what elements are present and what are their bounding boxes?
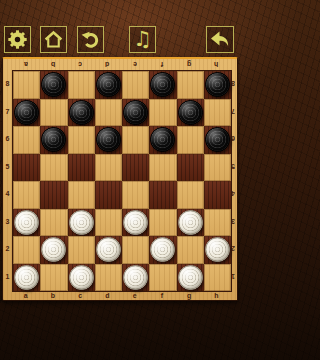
square-d8[interactable] xyxy=(95,71,122,99)
sound-button[interactable]: ♫ xyxy=(129,26,156,53)
restart-icon xyxy=(80,29,101,50)
black-piece[interactable] xyxy=(205,127,230,152)
square-d3[interactable] xyxy=(95,209,122,237)
square-f8[interactable] xyxy=(149,71,176,99)
square-f5[interactable] xyxy=(149,154,176,182)
coordinate-label: 7 xyxy=(3,98,12,126)
square-b7[interactable] xyxy=(40,99,67,127)
square-g5[interactable] xyxy=(177,154,204,182)
square-c3[interactable] xyxy=(68,209,95,237)
square-g8[interactable] xyxy=(177,71,204,99)
coordinate-label: 5 xyxy=(3,153,12,181)
app: { "game": "checkers", "variant_board": "… xyxy=(0,0,240,360)
square-b8[interactable] xyxy=(40,71,67,99)
coordinate-label: 3 xyxy=(3,208,12,236)
square-h2[interactable] xyxy=(204,236,231,264)
square-h8[interactable] xyxy=(204,71,231,99)
square-c6[interactable] xyxy=(68,126,95,154)
file-labels-top: abcdefgh xyxy=(12,59,230,70)
coordinate-label: g xyxy=(176,59,203,70)
square-d7[interactable] xyxy=(95,99,122,127)
square-e2[interactable] xyxy=(122,236,149,264)
square-d1[interactable] xyxy=(95,264,122,292)
white-piece[interactable] xyxy=(41,237,66,262)
undo-button[interactable] xyxy=(206,26,234,53)
square-e1[interactable] xyxy=(122,264,149,292)
white-piece[interactable] xyxy=(14,265,39,290)
square-b1[interactable] xyxy=(40,264,67,292)
square-g2[interactable] xyxy=(177,236,204,264)
coordinate-label: h xyxy=(203,59,230,70)
square-b2[interactable] xyxy=(40,236,67,264)
coordinate-label: a xyxy=(12,59,39,70)
square-c8[interactable] xyxy=(68,71,95,99)
music-note-icon: ♫ xyxy=(133,29,152,50)
black-piece[interactable] xyxy=(69,100,94,125)
rank-labels-left: 87654321 xyxy=(3,70,12,290)
black-piece[interactable] xyxy=(150,127,175,152)
square-e5[interactable] xyxy=(122,154,149,182)
white-piece[interactable] xyxy=(178,210,203,235)
white-piece[interactable] xyxy=(96,237,121,262)
square-a5[interactable] xyxy=(13,154,40,182)
square-h1[interactable] xyxy=(204,264,231,292)
settings-button[interactable] xyxy=(4,26,31,53)
black-piece[interactable] xyxy=(205,72,230,97)
coordinate-label: d xyxy=(94,59,121,70)
square-g4[interactable] xyxy=(177,181,204,209)
coordinate-label: 4 xyxy=(3,180,12,208)
square-f2[interactable] xyxy=(149,236,176,264)
white-piece[interactable] xyxy=(69,210,94,235)
square-e6[interactable] xyxy=(122,126,149,154)
white-piece[interactable] xyxy=(150,237,175,262)
undo-arrow-icon xyxy=(208,28,232,52)
black-piece[interactable] xyxy=(96,72,121,97)
coordinate-label: f xyxy=(148,59,175,70)
square-h7[interactable] xyxy=(204,99,231,127)
white-piece[interactable] xyxy=(205,237,230,262)
coordinate-label: b xyxy=(39,59,66,70)
coordinate-label: 8 xyxy=(3,70,12,98)
black-piece[interactable] xyxy=(41,127,66,152)
white-piece[interactable] xyxy=(14,210,39,235)
square-d2[interactable] xyxy=(95,236,122,264)
square-c2[interactable] xyxy=(68,236,95,264)
square-b4[interactable] xyxy=(40,181,67,209)
home-button[interactable] xyxy=(40,26,67,53)
square-h4[interactable] xyxy=(204,181,231,209)
square-a4[interactable] xyxy=(13,181,40,209)
square-e7[interactable] xyxy=(122,99,149,127)
square-a7[interactable] xyxy=(13,99,40,127)
square-h5[interactable] xyxy=(204,154,231,182)
square-g1[interactable] xyxy=(177,264,204,292)
square-e8[interactable] xyxy=(122,71,149,99)
gear-icon xyxy=(7,29,28,50)
white-piece[interactable] xyxy=(123,265,148,290)
square-f3[interactable] xyxy=(149,209,176,237)
coordinate-label: 2 xyxy=(3,235,12,263)
board-grid xyxy=(12,70,232,292)
square-f6[interactable] xyxy=(149,126,176,154)
square-g7[interactable] xyxy=(177,99,204,127)
square-e3[interactable] xyxy=(122,209,149,237)
square-a6[interactable] xyxy=(13,126,40,154)
black-piece[interactable] xyxy=(123,100,148,125)
square-d6[interactable] xyxy=(95,126,122,154)
square-h3[interactable] xyxy=(204,209,231,237)
black-piece[interactable] xyxy=(150,72,175,97)
white-piece[interactable] xyxy=(123,210,148,235)
square-b5[interactable] xyxy=(40,154,67,182)
square-d5[interactable] xyxy=(95,154,122,182)
white-piece[interactable] xyxy=(69,265,94,290)
black-piece[interactable] xyxy=(96,127,121,152)
coordinate-label: e xyxy=(121,59,148,70)
square-c7[interactable] xyxy=(68,99,95,127)
home-icon xyxy=(43,29,64,50)
square-a8[interactable] xyxy=(13,71,40,99)
square-f4[interactable] xyxy=(149,181,176,209)
coordinate-label: 6 xyxy=(3,125,12,153)
square-h6[interactable] xyxy=(204,126,231,154)
square-b3[interactable] xyxy=(40,209,67,237)
square-g3[interactable] xyxy=(177,209,204,237)
black-piece[interactable] xyxy=(14,100,39,125)
square-f7[interactable] xyxy=(149,99,176,127)
square-e4[interactable] xyxy=(122,181,149,209)
square-c5[interactable] xyxy=(68,154,95,182)
restart-button[interactable] xyxy=(77,26,104,53)
square-a3[interactable] xyxy=(13,209,40,237)
black-piece[interactable] xyxy=(178,100,203,125)
square-a2[interactable] xyxy=(13,236,40,264)
square-d4[interactable] xyxy=(95,181,122,209)
black-piece[interactable] xyxy=(41,72,66,97)
square-c4[interactable] xyxy=(68,181,95,209)
square-b6[interactable] xyxy=(40,126,67,154)
square-c1[interactable] xyxy=(68,264,95,292)
square-f1[interactable] xyxy=(149,264,176,292)
board: abcdefgh abcdefgh 87654321 87654321 xyxy=(2,57,238,301)
white-piece[interactable] xyxy=(178,265,203,290)
square-a1[interactable] xyxy=(13,264,40,292)
square-g6[interactable] xyxy=(177,126,204,154)
coordinate-label: 1 xyxy=(3,263,12,291)
coordinate-label: c xyxy=(67,59,94,70)
